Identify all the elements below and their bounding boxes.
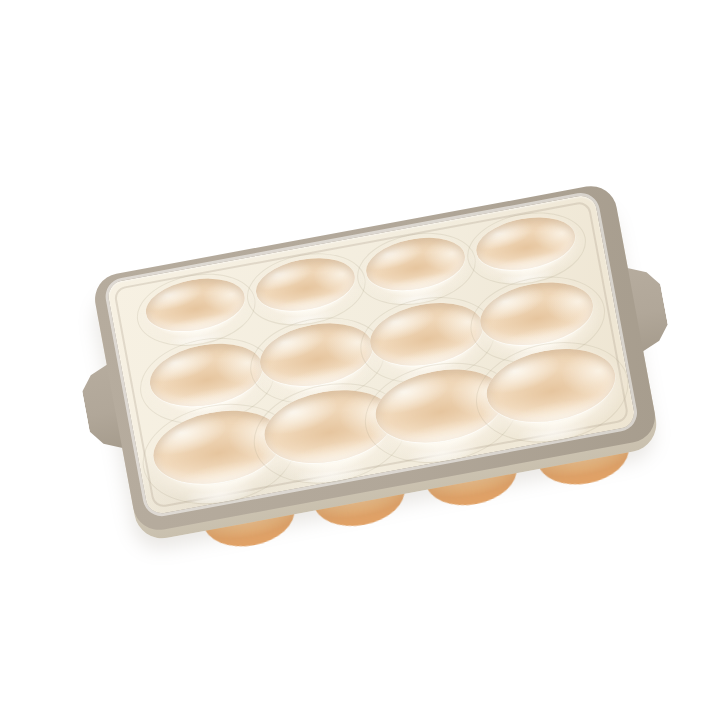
muffin-pan (91, 182, 660, 534)
product-photo (0, 0, 720, 720)
